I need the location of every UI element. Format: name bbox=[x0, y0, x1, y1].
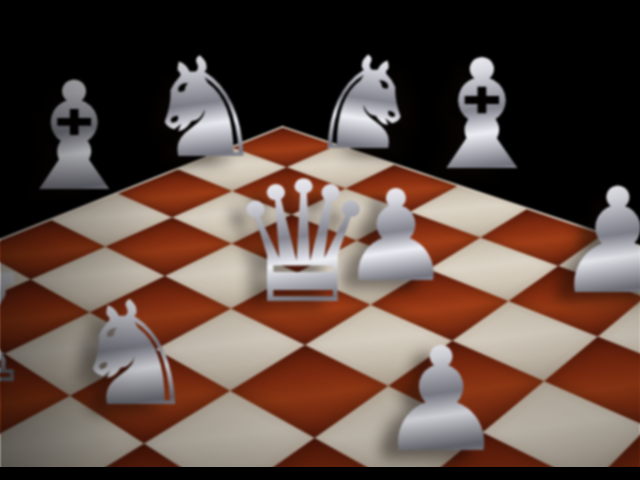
white-pawn-h5[interactable]: ♟ bbox=[553, 168, 640, 314]
white-rook-b6[interactable]: ♜ bbox=[0, 256, 38, 404]
scene: ♝♞♞♝♛♟♟♜♞♟ bbox=[0, 0, 640, 480]
letterbox-bar-top bbox=[0, 0, 640, 5]
white-bishop-c8[interactable]: ♝ bbox=[7, 62, 141, 212]
chess-scene-frame: ♝♞♞♝♛♟♟♜♞♟ bbox=[0, 0, 640, 480]
white-queen-e6[interactable]: ♛ bbox=[228, 159, 379, 327]
white-pawn-e4[interactable]: ♟ bbox=[376, 328, 505, 472]
pieces-layer: ♝♞♞♝♛♟♟♜♞♟ bbox=[0, 0, 640, 480]
letterbox-bar-bottom bbox=[0, 467, 640, 480]
white-knight-c6[interactable]: ♞ bbox=[69, 282, 198, 426]
